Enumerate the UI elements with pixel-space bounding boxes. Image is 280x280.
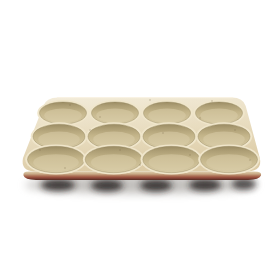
shadow-bump (41, 179, 75, 191)
speckle-dot (162, 132, 163, 133)
product-photo (0, 0, 280, 280)
cup-floor (44, 109, 82, 123)
muffin-cup (37, 100, 89, 126)
speckle-dot (234, 129, 235, 130)
cup-floor (203, 132, 245, 147)
muffin-cup (25, 144, 87, 174)
cup-floor (206, 154, 252, 170)
muffin-cups (25, 100, 260, 174)
muffin-cup (83, 144, 145, 174)
speckle-dot (64, 167, 65, 168)
cup-floor (33, 154, 79, 170)
speckle-dot (139, 164, 140, 165)
muffin-cup (89, 100, 141, 126)
cup-floor (96, 109, 134, 123)
speckle-dot (249, 159, 250, 160)
muffin-pan-image (0, 0, 280, 280)
cup-floor (148, 109, 186, 123)
shadow-bump (91, 180, 123, 192)
speckle-dot (149, 99, 150, 100)
muffin-cup (141, 100, 193, 126)
muffin-cup (193, 100, 245, 126)
shadow-bump (232, 179, 256, 190)
speckle-dot (99, 116, 100, 117)
speckle-dot (199, 117, 200, 118)
muffin-cup (198, 144, 260, 174)
cup-floor (91, 154, 137, 170)
shadow-bump (140, 180, 172, 192)
muffin-cup (141, 144, 203, 174)
speckle-dot (69, 104, 70, 105)
speckle-dot (189, 154, 190, 155)
cup-floor (149, 154, 195, 170)
speckle-dot (211, 100, 212, 101)
shadow-bump (189, 179, 221, 191)
speckle-dot (119, 149, 120, 150)
cup-floor (200, 109, 238, 123)
speckle-dot (89, 129, 90, 130)
speckle-dot (39, 149, 40, 150)
